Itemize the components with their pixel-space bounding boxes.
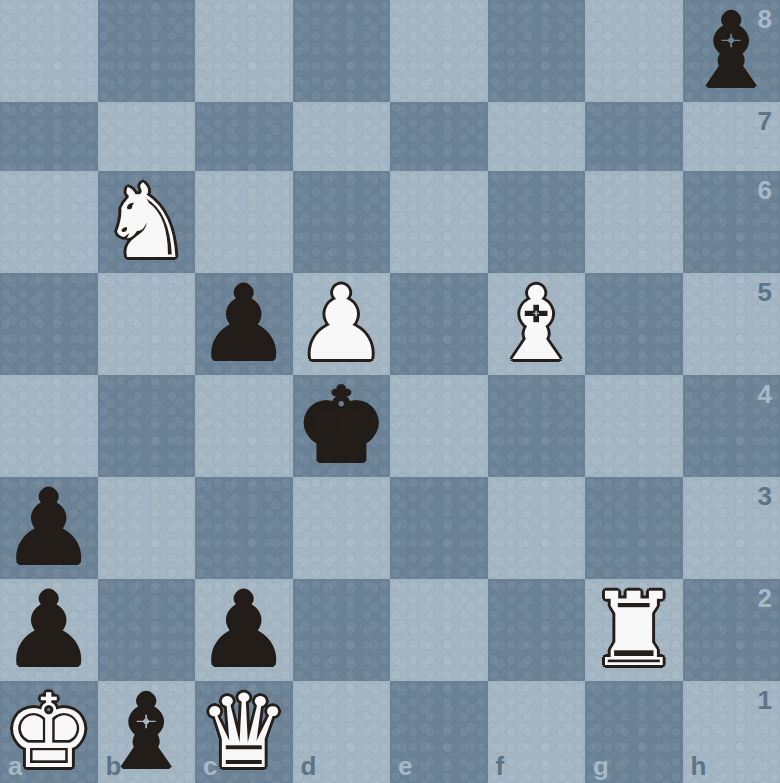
square-f4[interactable] xyxy=(488,375,586,477)
rank-label-6: 6 xyxy=(758,177,772,203)
square-a6[interactable] xyxy=(0,171,98,273)
square-c6[interactable] xyxy=(195,171,293,273)
square-d8[interactable] xyxy=(293,0,391,102)
square-d5[interactable]: ♟ xyxy=(293,273,391,375)
file-label-h: h xyxy=(691,753,707,779)
square-c5[interactable]: ♟ xyxy=(195,273,293,375)
chess-board: 8♝7♞6♟♟♝5♚4♟3♟♟♜2a♚b♝c♛defg1h xyxy=(0,0,780,783)
black-king[interactable]: ♚ xyxy=(296,375,387,477)
square-f6[interactable] xyxy=(488,171,586,273)
square-f8[interactable] xyxy=(488,0,586,102)
square-f1[interactable]: f xyxy=(488,681,586,783)
black-pawn[interactable]: ♟ xyxy=(198,273,289,375)
square-g6[interactable] xyxy=(585,171,683,273)
square-a1[interactable]: a♚ xyxy=(0,681,98,783)
square-e6[interactable] xyxy=(390,171,488,273)
square-e2[interactable] xyxy=(390,579,488,681)
square-e4[interactable] xyxy=(390,375,488,477)
square-g5[interactable] xyxy=(585,273,683,375)
square-d4[interactable]: ♚ xyxy=(293,375,391,477)
square-b7[interactable] xyxy=(98,102,196,171)
square-a8[interactable] xyxy=(0,0,98,102)
white-bishop[interactable]: ♝ xyxy=(491,273,582,375)
square-f7[interactable] xyxy=(488,102,586,171)
square-c8[interactable] xyxy=(195,0,293,102)
square-h2[interactable]: 2 xyxy=(683,579,780,681)
square-b2[interactable] xyxy=(98,579,196,681)
rank-label-3: 3 xyxy=(758,483,772,509)
square-e3[interactable] xyxy=(390,477,488,579)
square-h7[interactable]: 7 xyxy=(683,102,780,171)
square-h1[interactable]: 1h xyxy=(683,681,780,783)
square-a5[interactable] xyxy=(0,273,98,375)
square-c2[interactable]: ♟ xyxy=(195,579,293,681)
file-label-f: f xyxy=(496,753,505,779)
white-rook[interactable]: ♜ xyxy=(588,579,679,681)
square-e8[interactable] xyxy=(390,0,488,102)
square-g7[interactable] xyxy=(585,102,683,171)
square-e7[interactable] xyxy=(390,102,488,171)
square-h4[interactable]: 4 xyxy=(683,375,780,477)
square-f3[interactable] xyxy=(488,477,586,579)
file-label-d: d xyxy=(301,753,317,779)
square-a7[interactable] xyxy=(0,102,98,171)
square-a2[interactable]: ♟ xyxy=(0,579,98,681)
square-h8[interactable]: 8♝ xyxy=(683,0,780,102)
black-pawn[interactable]: ♟ xyxy=(3,579,94,681)
black-pawn[interactable]: ♟ xyxy=(198,579,289,681)
white-king[interactable]: ♚ xyxy=(3,681,94,783)
square-f5[interactable]: ♝ xyxy=(488,273,586,375)
file-label-g: g xyxy=(593,753,609,779)
rank-label-5: 5 xyxy=(758,279,772,305)
square-c4[interactable] xyxy=(195,375,293,477)
square-e1[interactable]: e xyxy=(390,681,488,783)
square-g3[interactable] xyxy=(585,477,683,579)
file-label-e: e xyxy=(398,753,412,779)
square-b6[interactable]: ♞ xyxy=(98,171,196,273)
white-pawn[interactable]: ♟ xyxy=(296,273,387,375)
square-b5[interactable] xyxy=(98,273,196,375)
square-b8[interactable] xyxy=(98,0,196,102)
square-c3[interactable] xyxy=(195,477,293,579)
square-d3[interactable] xyxy=(293,477,391,579)
black-bishop[interactable]: ♝ xyxy=(686,0,777,102)
square-h6[interactable]: 6 xyxy=(683,171,780,273)
black-bishop[interactable]: ♝ xyxy=(101,681,192,783)
square-g2[interactable]: ♜ xyxy=(585,579,683,681)
square-g1[interactable]: g xyxy=(585,681,683,783)
square-g4[interactable] xyxy=(585,375,683,477)
square-e5[interactable] xyxy=(390,273,488,375)
square-g8[interactable] xyxy=(585,0,683,102)
rank-label-7: 7 xyxy=(758,108,772,134)
black-pawn[interactable]: ♟ xyxy=(3,477,94,579)
square-a3[interactable]: ♟ xyxy=(0,477,98,579)
square-c1[interactable]: c♛ xyxy=(195,681,293,783)
square-d1[interactable]: d xyxy=(293,681,391,783)
square-a4[interactable] xyxy=(0,375,98,477)
square-d2[interactable] xyxy=(293,579,391,681)
square-b1[interactable]: b♝ xyxy=(98,681,196,783)
square-d7[interactable] xyxy=(293,102,391,171)
square-h3[interactable]: 3 xyxy=(683,477,780,579)
white-queen[interactable]: ♛ xyxy=(198,681,289,783)
square-h5[interactable]: 5 xyxy=(683,273,780,375)
square-c7[interactable] xyxy=(195,102,293,171)
white-knight[interactable]: ♞ xyxy=(101,171,192,273)
rank-label-1: 1 xyxy=(758,687,772,713)
rank-label-4: 4 xyxy=(758,381,772,407)
square-b3[interactable] xyxy=(98,477,196,579)
square-f2[interactable] xyxy=(488,579,586,681)
square-d6[interactable] xyxy=(293,171,391,273)
rank-label-2: 2 xyxy=(758,585,772,611)
square-b4[interactable] xyxy=(98,375,196,477)
